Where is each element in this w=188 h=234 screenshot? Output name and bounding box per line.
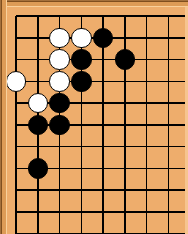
intersection[interactable] (92, 27, 114, 49)
intersection[interactable] (157, 70, 179, 92)
intersection[interactable] (5, 136, 27, 158)
intersection[interactable] (5, 179, 27, 201)
intersection[interactable] (5, 70, 27, 92)
intersection[interactable] (5, 157, 27, 179)
intersection[interactable] (136, 70, 158, 92)
intersection[interactable] (157, 157, 179, 179)
intersection[interactable] (27, 70, 49, 92)
intersection[interactable] (114, 27, 136, 49)
intersection[interactable] (27, 114, 49, 136)
intersection[interactable] (49, 223, 71, 234)
intersection[interactable] (27, 92, 49, 114)
black-stone (93, 28, 114, 49)
intersection[interactable] (114, 136, 136, 158)
intersection[interactable] (114, 70, 136, 92)
intersection[interactable] (114, 223, 136, 234)
intersection[interactable] (49, 5, 71, 27)
intersection[interactable] (49, 179, 71, 201)
intersection[interactable] (157, 179, 179, 201)
intersection[interactable] (136, 49, 158, 71)
intersection[interactable] (5, 223, 27, 234)
intersection[interactable] (70, 157, 92, 179)
intersection[interactable] (136, 136, 158, 158)
white-stone (49, 28, 70, 49)
intersection[interactable] (49, 49, 71, 71)
intersection[interactable] (114, 157, 136, 179)
intersection[interactable] (92, 223, 114, 234)
intersection[interactable] (70, 223, 92, 234)
intersection[interactable] (157, 27, 179, 49)
intersection[interactable] (70, 49, 92, 71)
intersection[interactable] (157, 114, 179, 136)
intersection[interactable] (157, 49, 179, 71)
intersection[interactable] (92, 70, 114, 92)
black-stone (49, 115, 70, 136)
intersection[interactable] (27, 27, 49, 49)
intersection[interactable] (92, 92, 114, 114)
board-cut-edge-right (185, 0, 188, 234)
intersection[interactable] (27, 136, 49, 158)
intersection[interactable] (49, 114, 71, 136)
intersection[interactable] (49, 92, 71, 114)
intersection[interactable] (70, 201, 92, 223)
intersection[interactable] (92, 179, 114, 201)
intersection[interactable] (136, 201, 158, 223)
intersection[interactable] (5, 49, 27, 71)
intersection[interactable] (27, 49, 49, 71)
intersection[interactable] (136, 157, 158, 179)
intersection[interactable] (114, 5, 136, 27)
board-frame-left-edge (0, 0, 7, 234)
black-stone (28, 158, 49, 179)
intersection[interactable] (157, 5, 179, 27)
intersection[interactable] (49, 70, 71, 92)
intersection[interactable] (70, 5, 92, 27)
intersection[interactable] (27, 5, 49, 27)
intersection[interactable] (157, 201, 179, 223)
intersection[interactable] (114, 114, 136, 136)
white-stone (49, 71, 70, 92)
intersection[interactable] (136, 179, 158, 201)
intersection[interactable] (114, 49, 136, 71)
white-stone (71, 28, 92, 49)
intersection[interactable] (27, 201, 49, 223)
white-stone (6, 71, 27, 92)
intersection[interactable] (136, 92, 158, 114)
intersection[interactable] (5, 92, 27, 114)
intersection[interactable] (136, 114, 158, 136)
black-stone (28, 115, 49, 136)
intersection[interactable] (49, 136, 71, 158)
intersection[interactable] (136, 223, 158, 234)
intersection[interactable] (70, 92, 92, 114)
intersection[interactable] (157, 223, 179, 234)
intersection[interactable] (70, 179, 92, 201)
intersection[interactable] (136, 5, 158, 27)
intersection[interactable] (70, 70, 92, 92)
intersection[interactable] (157, 92, 179, 114)
black-stone (49, 93, 70, 114)
board-frame-top-edge (0, 0, 188, 7)
intersection[interactable] (5, 27, 27, 49)
black-stone (71, 49, 92, 70)
white-stone (49, 49, 70, 70)
intersection[interactable] (49, 201, 71, 223)
intersection[interactable] (49, 27, 71, 49)
intersection[interactable] (92, 201, 114, 223)
board-grid (5, 5, 188, 234)
intersection[interactable] (157, 136, 179, 158)
intersection[interactable] (92, 136, 114, 158)
intersection[interactable] (49, 157, 71, 179)
intersection[interactable] (92, 114, 114, 136)
intersection[interactable] (70, 27, 92, 49)
black-stone (115, 49, 136, 70)
intersection[interactable] (92, 157, 114, 179)
intersection[interactable] (27, 223, 49, 234)
intersection[interactable] (27, 179, 49, 201)
intersection[interactable] (70, 136, 92, 158)
intersection[interactable] (114, 92, 136, 114)
intersection[interactable] (114, 179, 136, 201)
intersection[interactable] (136, 27, 158, 49)
intersection[interactable] (5, 114, 27, 136)
go-board (0, 0, 188, 234)
black-stone (71, 71, 92, 92)
intersection[interactable] (92, 49, 114, 71)
intersection[interactable] (70, 114, 92, 136)
intersection[interactable] (92, 5, 114, 27)
intersection[interactable] (5, 201, 27, 223)
intersection[interactable] (5, 5, 27, 27)
white-stone (28, 93, 49, 114)
intersection[interactable] (27, 157, 49, 179)
intersection[interactable] (114, 201, 136, 223)
